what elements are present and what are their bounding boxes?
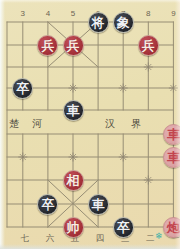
piece-label: 卒 — [16, 82, 29, 95]
piece-label: 象 — [117, 16, 130, 29]
piece-label: 兵 — [41, 39, 54, 52]
piece-卒-black[interactable]: 卒 — [37, 194, 58, 215]
piece-卒-black[interactable]: 卒 — [12, 78, 33, 99]
piece-label: 炮 — [167, 221, 180, 234]
piece-車-black[interactable]: 車 — [63, 100, 84, 121]
piece-将-black[interactable]: 将 — [88, 12, 109, 33]
piece-label: 兵 — [142, 39, 155, 52]
piece-label: 帅 — [67, 221, 80, 234]
piece-label: 卒 — [41, 198, 54, 211]
piece-label: 将 — [92, 16, 105, 29]
piece-label: 車 — [167, 151, 180, 164]
pieces-layer: 将象兵兵兵卒車車車相卒車帅卒炮 — [0, 0, 180, 249]
piece-兵-red[interactable]: 兵 — [138, 35, 159, 56]
piece-相-red[interactable]: 相 — [63, 170, 84, 191]
piece-label: 車 — [92, 198, 105, 211]
piece-label: 車 — [67, 104, 80, 117]
xiangqi-board-photo: 3456789七六五四三二一楚河汉界 将象兵兵兵卒車車車相卒車帅卒炮 ❄ — [0, 0, 180, 249]
piece-label: 兵 — [67, 39, 80, 52]
piece-label: 卒 — [117, 221, 130, 234]
piece-車-red[interactable]: 車 — [163, 124, 180, 145]
piece-象-black[interactable]: 象 — [113, 12, 134, 33]
piece-兵-red[interactable]: 兵 — [37, 35, 58, 56]
watermark-icon: ❄ — [155, 232, 163, 241]
piece-卒-black[interactable]: 卒 — [113, 217, 134, 238]
piece-炮-red[interactable]: 炮 — [163, 217, 180, 238]
piece-label: 相 — [67, 174, 80, 187]
piece-車-black[interactable]: 車 — [88, 194, 109, 215]
piece-車-red[interactable]: 車 — [163, 147, 180, 168]
piece-兵-red[interactable]: 兵 — [63, 35, 84, 56]
piece-label: 車 — [167, 128, 180, 141]
piece-帅-red[interactable]: 帅 — [63, 217, 84, 238]
